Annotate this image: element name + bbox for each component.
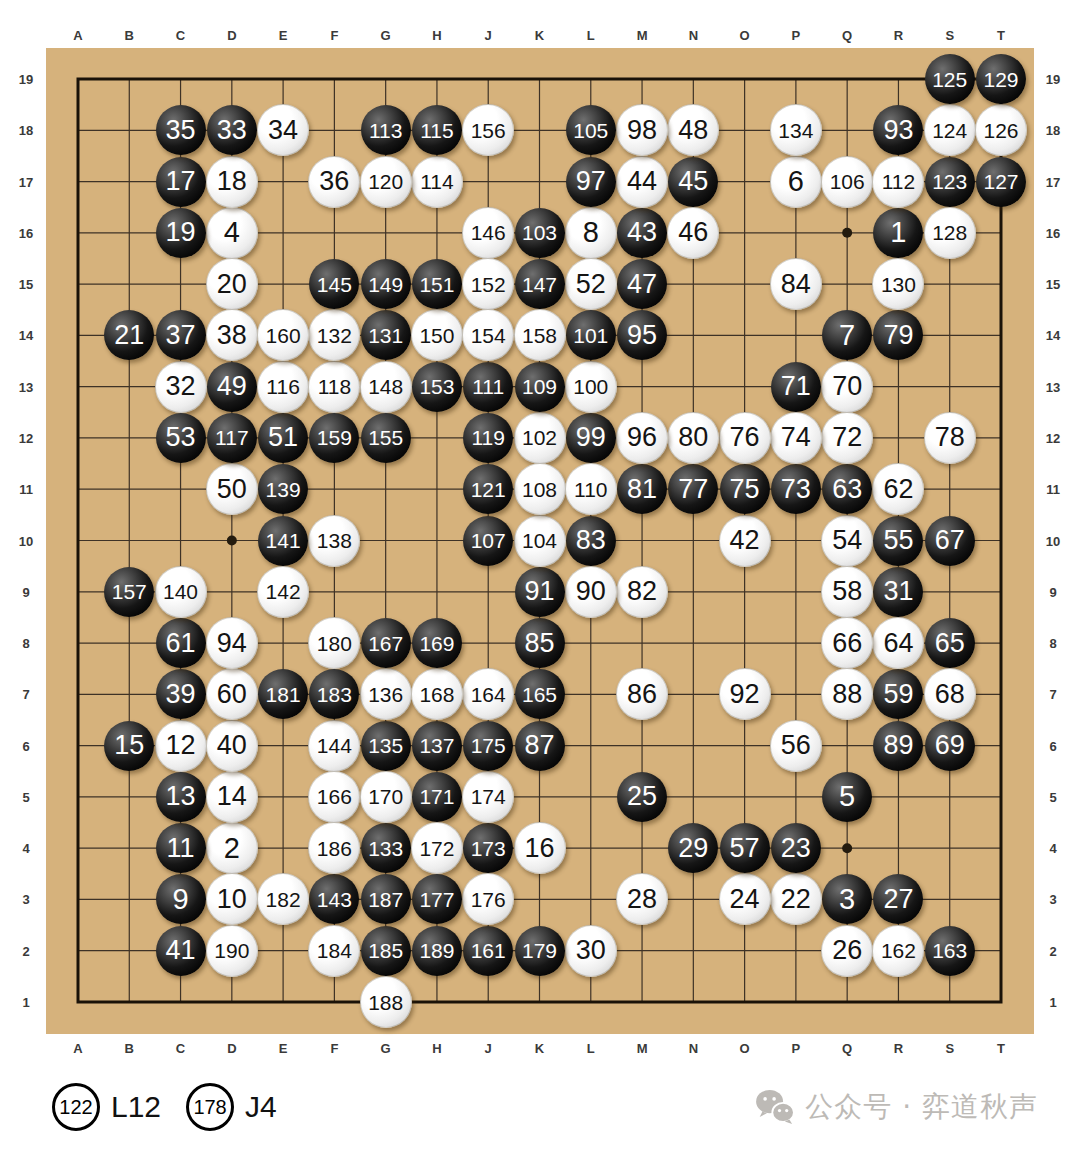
- stone-N16: 46: [667, 207, 719, 259]
- stone-L17: 97: [566, 157, 616, 207]
- stone-N17: 45: [668, 157, 718, 207]
- stone-D4: 2: [206, 822, 258, 874]
- stone-Q7: 88: [821, 668, 873, 720]
- stone-G2: 185: [361, 926, 411, 976]
- col-label-top: O: [740, 28, 750, 43]
- row-label-left: 13: [19, 379, 33, 394]
- col-label-top: P: [792, 28, 801, 43]
- stone-H17: 114: [411, 156, 463, 208]
- stone-E11: 139: [258, 464, 308, 514]
- stone-H3: 177: [412, 874, 462, 924]
- col-label-top: E: [279, 28, 288, 43]
- col-label-top: S: [945, 28, 954, 43]
- stone-T19: 129: [976, 54, 1026, 104]
- stone-G12: 155: [361, 413, 411, 463]
- stone-P18: 134: [770, 104, 822, 156]
- caption-stone-178: 178: [186, 1083, 234, 1131]
- stone-O7: 92: [719, 668, 771, 720]
- stone-B6: 15: [104, 721, 154, 771]
- stone-J12: 119: [463, 413, 513, 463]
- stone-K14: 158: [514, 309, 566, 361]
- stone-K4: 16: [514, 822, 566, 874]
- col-label-bottom: P: [792, 1041, 801, 1056]
- stone-J6: 175: [463, 721, 513, 771]
- col-label-bottom: K: [535, 1041, 544, 1056]
- caption-stone-122: 122: [52, 1083, 100, 1131]
- stone-S18: 124: [924, 104, 976, 156]
- stone-E12: 51: [258, 413, 308, 463]
- caption-moves: 122 L12 178 J4: [52, 1080, 291, 1134]
- stone-H14: 150: [411, 309, 463, 361]
- stone-L18: 105: [566, 105, 616, 155]
- stone-E18: 34: [257, 104, 309, 156]
- col-label-bottom: T: [997, 1041, 1005, 1056]
- stone-G7: 136: [360, 668, 412, 720]
- stone-K16: 103: [515, 208, 565, 258]
- row-label-left: 2: [22, 943, 29, 958]
- row-label-left: 18: [19, 123, 33, 138]
- stone-G13: 148: [360, 361, 412, 413]
- stone-C3: 9: [156, 874, 206, 924]
- row-label-right: 4: [1049, 841, 1056, 856]
- col-label-bottom: H: [432, 1041, 441, 1056]
- stone-J18: 156: [462, 104, 514, 156]
- stone-J11: 121: [463, 464, 513, 514]
- stone-C9: 140: [155, 566, 207, 618]
- stone-K7: 165: [515, 669, 565, 719]
- col-label-top: F: [330, 28, 338, 43]
- stone-M5: 25: [617, 772, 667, 822]
- stone-R15: 130: [872, 258, 924, 310]
- stone-F12: 159: [309, 413, 359, 463]
- col-label-bottom: A: [73, 1041, 82, 1056]
- stone-D7: 60: [206, 668, 258, 720]
- stone-Q14: 7: [822, 310, 872, 360]
- star-point: [842, 843, 852, 853]
- stone-R11: 62: [872, 463, 924, 515]
- stone-O4: 57: [720, 823, 770, 873]
- stone-S19: 125: [925, 54, 975, 104]
- stone-R9: 31: [873, 567, 923, 617]
- stone-D15: 20: [206, 258, 258, 310]
- stone-P11: 73: [771, 464, 821, 514]
- row-label-right: 13: [1046, 379, 1060, 394]
- row-label-right: 14: [1046, 328, 1060, 343]
- stone-K13: 109: [515, 362, 565, 412]
- row-label-left: 16: [19, 225, 33, 240]
- stone-S2: 163: [925, 926, 975, 976]
- stone-G6: 135: [361, 721, 411, 771]
- stone-J4: 173: [463, 823, 513, 873]
- stone-F5: 166: [308, 771, 360, 823]
- stone-Q9: 58: [821, 566, 873, 618]
- stone-S7: 68: [924, 668, 976, 720]
- col-label-bottom: L: [587, 1041, 595, 1056]
- stone-C13: 32: [155, 361, 207, 413]
- stone-D3: 10: [206, 873, 258, 925]
- row-label-left: 10: [19, 533, 33, 548]
- caption-at-point: J4: [245, 1090, 277, 1124]
- stone-F3: 143: [309, 874, 359, 924]
- stone-D13: 49: [207, 362, 257, 412]
- stone-D11: 50: [206, 463, 258, 515]
- row-label-right: 16: [1046, 225, 1060, 240]
- stone-C7: 39: [156, 669, 206, 719]
- stone-P13: 71: [771, 362, 821, 412]
- row-label-right: 5: [1049, 789, 1056, 804]
- caption-move-number: 122: [59, 1096, 92, 1119]
- stone-Q3: 3: [822, 874, 872, 924]
- row-label-left: 4: [22, 841, 29, 856]
- stone-N18: 48: [667, 104, 719, 156]
- stone-G8: 167: [361, 618, 411, 668]
- stone-M15: 47: [617, 259, 667, 309]
- col-label-top: K: [535, 28, 544, 43]
- stone-G1: 188: [360, 976, 412, 1028]
- row-label-right: 9: [1049, 584, 1056, 599]
- stone-H18: 115: [412, 105, 462, 155]
- stone-K9: 91: [515, 567, 565, 617]
- col-label-bottom: D: [227, 1041, 236, 1056]
- stone-K12: 102: [514, 412, 566, 464]
- col-label-top: J: [485, 28, 492, 43]
- row-label-right: 7: [1049, 687, 1056, 702]
- stone-Q8: 66: [821, 617, 873, 669]
- stone-D5: 14: [206, 771, 258, 823]
- stone-G17: 120: [360, 156, 412, 208]
- stone-F10: 138: [308, 515, 360, 567]
- watermark-text: 公众号 · 弈道秋声: [805, 1088, 1038, 1126]
- stone-L9: 90: [565, 566, 617, 618]
- row-label-right: 12: [1046, 430, 1060, 445]
- stone-R7: 59: [873, 669, 923, 719]
- stone-P17: 6: [770, 156, 822, 208]
- stone-R2: 162: [872, 925, 924, 977]
- stone-S16: 128: [924, 207, 976, 259]
- stone-J13: 111: [463, 362, 513, 412]
- stone-H8: 169: [412, 618, 462, 668]
- stone-K15: 147: [515, 259, 565, 309]
- row-label-left: 12: [19, 430, 33, 445]
- stone-E10: 141: [258, 516, 308, 566]
- stone-R8: 64: [872, 617, 924, 669]
- stone-L2: 30: [565, 925, 617, 977]
- caption-at-point: L12: [111, 1090, 161, 1124]
- stone-S6: 69: [925, 721, 975, 771]
- stone-P4: 23: [771, 823, 821, 873]
- stone-M18: 98: [616, 104, 668, 156]
- row-label-right: 8: [1049, 636, 1056, 651]
- wechat-icon: [755, 1089, 795, 1125]
- col-label-bottom: B: [125, 1041, 134, 1056]
- stone-C8: 61: [156, 618, 206, 668]
- caption-move-number: 178: [193, 1096, 226, 1119]
- col-label-top: C: [176, 28, 185, 43]
- col-label-bottom: O: [740, 1041, 750, 1056]
- stone-H6: 137: [412, 721, 462, 771]
- stone-F8: 180: [308, 617, 360, 669]
- stone-B9: 157: [104, 567, 154, 617]
- stone-J15: 152: [462, 258, 514, 310]
- stone-D16: 4: [206, 207, 258, 259]
- stone-E13: 116: [257, 361, 309, 413]
- stone-S17: 123: [925, 157, 975, 207]
- stone-Q10: 54: [821, 515, 873, 567]
- stone-D12: 117: [207, 413, 257, 463]
- stone-P3: 22: [770, 873, 822, 925]
- row-label-right: 10: [1046, 533, 1060, 548]
- stone-L13: 100: [565, 361, 617, 413]
- stone-R10: 55: [873, 516, 923, 566]
- col-label-bottom: Q: [842, 1041, 852, 1056]
- stone-J14: 154: [462, 309, 514, 361]
- row-label-left: 5: [22, 789, 29, 804]
- row-label-left: 3: [22, 892, 29, 907]
- row-label-left: 1: [22, 995, 29, 1010]
- stone-K6: 87: [515, 721, 565, 771]
- stone-N11: 77: [668, 464, 718, 514]
- stone-O11: 75: [720, 464, 770, 514]
- stone-C14: 37: [156, 310, 206, 360]
- stone-J16: 146: [462, 207, 514, 259]
- stone-S10: 67: [925, 516, 975, 566]
- stone-E9: 142: [257, 566, 309, 618]
- stone-D2: 190: [206, 925, 258, 977]
- stone-S12: 78: [924, 412, 976, 464]
- row-label-right: 18: [1046, 123, 1060, 138]
- stone-S8: 65: [925, 618, 975, 668]
- stone-E7: 181: [258, 669, 308, 719]
- stone-D14: 38: [206, 309, 258, 361]
- stone-M9: 82: [616, 566, 668, 618]
- stone-M16: 43: [617, 208, 667, 258]
- stone-Q5: 5: [822, 772, 872, 822]
- row-label-right: 3: [1049, 892, 1056, 907]
- col-label-top: A: [73, 28, 82, 43]
- stone-F17: 36: [308, 156, 360, 208]
- stone-H2: 189: [412, 926, 462, 976]
- stone-F4: 186: [308, 822, 360, 874]
- stone-Q17: 106: [821, 156, 873, 208]
- stone-Q13: 70: [821, 361, 873, 413]
- stone-O12: 76: [719, 412, 771, 464]
- stone-M17: 44: [616, 156, 668, 208]
- col-label-bottom: N: [689, 1041, 698, 1056]
- go-board: AABBCCDDEEFFGGHHJJKKLLMMNNOOPPQQRRSSTT11…: [0, 0, 1080, 1156]
- stone-F7: 183: [309, 669, 359, 719]
- stone-L15: 52: [565, 258, 617, 310]
- row-label-right: 15: [1046, 277, 1060, 292]
- watermark: 公众号 · 弈道秋声: [755, 1088, 1038, 1126]
- stone-G18: 113: [361, 105, 411, 155]
- stone-K10: 104: [514, 515, 566, 567]
- stone-D18: 33: [207, 105, 257, 155]
- stone-C12: 53: [156, 413, 206, 463]
- stone-F6: 144: [308, 720, 360, 772]
- stone-L11: 110: [565, 463, 617, 515]
- go-diagram: AABBCCDDEEFFGGHHJJKKLLMMNNOOPPQQRRSSTT11…: [0, 0, 1080, 1156]
- stone-R14: 79: [873, 310, 923, 360]
- col-label-top: G: [381, 28, 391, 43]
- stone-P6: 56: [770, 720, 822, 772]
- col-label-top: B: [125, 28, 134, 43]
- col-label-top: H: [432, 28, 441, 43]
- col-label-bottom: C: [176, 1041, 185, 1056]
- row-label-right: 17: [1046, 174, 1060, 189]
- row-label-right: 11: [1046, 482, 1060, 497]
- col-label-top: L: [587, 28, 595, 43]
- col-label-bottom: M: [637, 1041, 648, 1056]
- stone-R18: 93: [873, 105, 923, 155]
- stone-P15: 84: [770, 258, 822, 310]
- stone-R16: 1: [873, 208, 923, 258]
- stone-R6: 89: [873, 721, 923, 771]
- stone-T17: 127: [976, 157, 1026, 207]
- stone-M3: 28: [616, 873, 668, 925]
- stone-G15: 149: [361, 259, 411, 309]
- stone-C18: 35: [156, 105, 206, 155]
- stone-L10: 83: [566, 516, 616, 566]
- stone-M14: 95: [617, 310, 667, 360]
- stone-J2: 161: [463, 926, 513, 976]
- col-label-top: T: [997, 28, 1005, 43]
- stone-H5: 171: [412, 772, 462, 822]
- star-point: [842, 228, 852, 238]
- col-label-bottom: S: [945, 1041, 954, 1056]
- stone-F15: 145: [309, 259, 359, 309]
- stone-K11: 108: [514, 463, 566, 515]
- stone-R3: 27: [873, 874, 923, 924]
- stone-G3: 187: [361, 874, 411, 924]
- stone-E14: 160: [257, 309, 309, 361]
- stone-D17: 18: [206, 156, 258, 208]
- col-label-bottom: F: [330, 1041, 338, 1056]
- col-label-top: Q: [842, 28, 852, 43]
- row-label-left: 6: [22, 738, 29, 753]
- col-label-top: D: [227, 28, 236, 43]
- stone-H13: 153: [412, 362, 462, 412]
- stone-M11: 81: [617, 464, 667, 514]
- stone-C6: 12: [155, 720, 207, 772]
- row-label-left: 15: [19, 277, 33, 292]
- stone-L14: 101: [566, 310, 616, 360]
- row-label-right: 6: [1049, 738, 1056, 753]
- stone-J3: 176: [462, 873, 514, 925]
- stone-L16: 8: [565, 207, 617, 259]
- col-label-top: M: [637, 28, 648, 43]
- row-label-left: 9: [22, 584, 29, 599]
- stone-K2: 179: [515, 926, 565, 976]
- row-label-left: 11: [19, 482, 33, 497]
- stone-G4: 133: [361, 823, 411, 873]
- stone-Q11: 63: [822, 464, 872, 514]
- stone-N12: 80: [667, 412, 719, 464]
- stone-J10: 107: [463, 516, 513, 566]
- stone-J5: 174: [462, 771, 514, 823]
- row-label-left: 19: [19, 72, 33, 87]
- col-label-top: R: [894, 28, 903, 43]
- stone-Q12: 72: [821, 412, 873, 464]
- stone-M12: 96: [616, 412, 668, 464]
- stone-D6: 40: [206, 720, 258, 772]
- col-label-bottom: G: [381, 1041, 391, 1056]
- stone-H4: 172: [411, 822, 463, 874]
- stone-G5: 170: [360, 771, 412, 823]
- stone-C2: 41: [156, 926, 206, 976]
- stone-M7: 86: [616, 668, 668, 720]
- stone-J7: 164: [462, 668, 514, 720]
- row-label-left: 17: [19, 174, 33, 189]
- stone-N4: 29: [668, 823, 718, 873]
- col-label-top: N: [689, 28, 698, 43]
- stone-F14: 132: [308, 309, 360, 361]
- stone-C16: 19: [156, 208, 206, 258]
- row-label-right: 1: [1049, 995, 1056, 1010]
- stone-F13: 118: [308, 361, 360, 413]
- row-label-right: 19: [1046, 72, 1060, 87]
- stone-T18: 126: [975, 104, 1027, 156]
- stone-K8: 85: [515, 618, 565, 668]
- row-label-left: 14: [19, 328, 33, 343]
- stone-R17: 112: [872, 156, 924, 208]
- col-label-bottom: J: [485, 1041, 492, 1056]
- stone-H15: 151: [412, 259, 462, 309]
- stone-C5: 13: [156, 772, 206, 822]
- stone-C4: 11: [156, 823, 206, 873]
- stone-F2: 184: [308, 925, 360, 977]
- row-label-left: 8: [22, 636, 29, 651]
- stone-G14: 131: [361, 310, 411, 360]
- stone-O10: 42: [719, 515, 771, 567]
- row-label-left: 7: [22, 687, 29, 702]
- stone-E3: 182: [257, 873, 309, 925]
- stone-C17: 17: [156, 157, 206, 207]
- row-label-right: 2: [1049, 943, 1056, 958]
- star-point: [227, 536, 237, 546]
- stone-D8: 94: [206, 617, 258, 669]
- stone-P12: 74: [770, 412, 822, 464]
- stone-O3: 24: [719, 873, 771, 925]
- stone-B14: 21: [104, 310, 154, 360]
- stone-H7: 168: [411, 668, 463, 720]
- stone-Q2: 26: [821, 925, 873, 977]
- col-label-bottom: E: [279, 1041, 288, 1056]
- col-label-bottom: R: [894, 1041, 903, 1056]
- stone-L12: 99: [566, 413, 616, 463]
